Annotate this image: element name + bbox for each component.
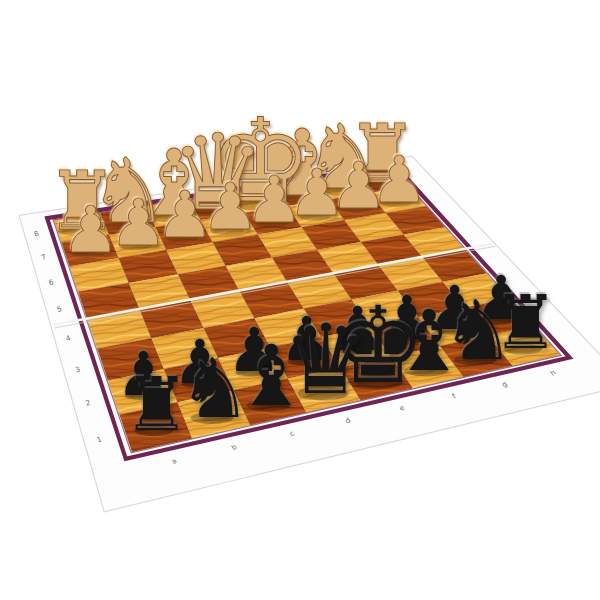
shadow-white-knight <box>102 217 149 230</box>
shadow-black-knight <box>454 354 497 366</box>
shadow-black-pawn <box>235 368 267 377</box>
shadow-black-pawn <box>181 379 213 388</box>
shadow-black-pawn <box>388 336 420 345</box>
shadow-black-pawn <box>436 326 468 335</box>
shadow-white-pawn <box>297 211 331 220</box>
shadow-black-knight <box>191 412 234 424</box>
shadow-white-pawn <box>379 198 413 207</box>
shadow-black-bishop <box>246 400 290 412</box>
shadow-black-pawn <box>125 391 157 400</box>
shadow-white-rook <box>358 177 400 189</box>
shadow-white-knight <box>317 183 364 196</box>
shadow-white-pawn <box>210 226 244 235</box>
page: { "game": "chess", "description": "Produ… <box>0 0 600 600</box>
shadow-white-pawn <box>165 233 199 242</box>
shadow-white-pawn <box>254 219 288 228</box>
shadow-white-pawn <box>339 205 373 214</box>
shadow-white-bishop <box>275 189 323 202</box>
folding-chessboard: abcdefgh12345678 <box>0 0 600 600</box>
shadow-black-king <box>348 374 403 389</box>
shadow-black-rook <box>134 426 173 437</box>
shadow-black-bishop <box>404 365 448 377</box>
shadow-white-pawn <box>71 249 105 258</box>
shadow-black-queen <box>298 387 348 401</box>
shadow-black-pawn <box>482 316 514 325</box>
shadow-white-bishop <box>147 209 195 222</box>
shadow-black-pawn <box>339 346 371 355</box>
chess-product-photo: abcdefgh12345678 ♜♞♝♛♚♝♞♜♟♟♟♟♟♟♟♟♟♟♟♟♟♟♟… <box>0 0 600 600</box>
shadow-black-rook <box>504 344 543 355</box>
shadow-white-rook <box>58 225 100 237</box>
shadow-black-pawn <box>288 357 320 366</box>
shadow-white-pawn <box>119 241 153 250</box>
